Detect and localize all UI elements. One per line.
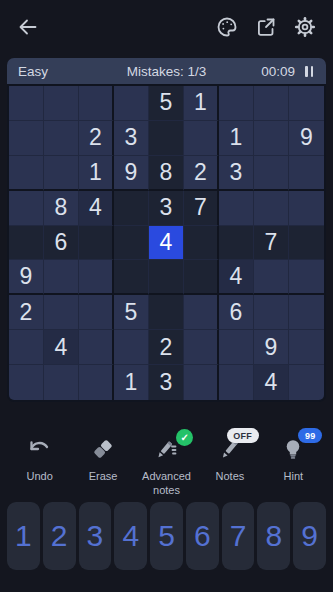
cell-r5c2[interactable]: 6 <box>44 226 79 261</box>
sudoku-app-screen: Easy Mistakes: 1/3 00:09 512319198238437… <box>0 0 333 592</box>
cell-r8c4[interactable] <box>114 330 149 365</box>
cell-r4c7[interactable] <box>219 191 254 226</box>
back-arrow-icon <box>16 15 40 43</box>
share-button[interactable] <box>251 14 281 44</box>
cell-r3c8[interactable] <box>254 156 289 191</box>
share-icon <box>255 16 277 42</box>
eraser-icon <box>90 436 116 462</box>
cell-r2c8[interactable] <box>254 121 289 156</box>
cell-r2c9[interactable]: 9 <box>289 121 324 156</box>
cell-r5c6[interactable] <box>184 226 219 261</box>
cell-r9c9[interactable] <box>289 365 324 400</box>
advanced-notes-button[interactable]: ✓ Advanced notes <box>135 436 198 498</box>
cell-r7c6[interactable] <box>184 295 219 330</box>
cell-r5c3[interactable] <box>79 226 114 261</box>
undo-button[interactable]: Undo <box>8 436 71 498</box>
cell-r3c3[interactable]: 1 <box>79 156 114 191</box>
number-pad: 123456789 <box>0 502 333 570</box>
sudoku-grid: 51231919823843764794256429134 <box>7 84 326 402</box>
cell-r2c7[interactable]: 1 <box>219 121 254 156</box>
cell-r4c4[interactable] <box>114 191 149 226</box>
advanced-notes-label: Advanced notes <box>135 469 198 498</box>
numpad-key-6[interactable]: 6 <box>186 502 219 570</box>
cell-r6c2[interactable] <box>44 260 79 295</box>
notes-label: Notes <box>216 469 245 483</box>
cell-r6c5[interactable] <box>149 260 184 295</box>
cell-r7c9[interactable] <box>289 295 324 330</box>
cell-r5c1[interactable] <box>9 226 44 261</box>
hint-label: Hint <box>284 469 304 483</box>
cell-r9c6[interactable] <box>184 365 219 400</box>
cell-r8c3[interactable] <box>79 330 114 365</box>
cell-r7c4[interactable]: 5 <box>114 295 149 330</box>
cell-r3c5[interactable]: 8 <box>149 156 184 191</box>
cell-r8c5[interactable]: 2 <box>149 330 184 365</box>
difficulty-label: Easy <box>18 64 48 79</box>
cell-r6c8[interactable] <box>254 260 289 295</box>
cell-r7c2[interactable] <box>44 295 79 330</box>
undo-icon <box>27 436 53 462</box>
cell-r2c6[interactable] <box>184 121 219 156</box>
cell-r7c1[interactable]: 2 <box>9 295 44 330</box>
notes-button[interactable]: OFF Notes <box>198 436 261 498</box>
cell-r2c4[interactable]: 3 <box>114 121 149 156</box>
mistakes-counter: Mistakes: 1/3 <box>127 64 207 79</box>
cell-r7c3[interactable] <box>79 295 114 330</box>
cell-r3c1[interactable] <box>9 156 44 191</box>
status-bar: Easy Mistakes: 1/3 00:09 <box>7 58 326 84</box>
cell-r9c4[interactable]: 1 <box>114 365 149 400</box>
numpad-key-9[interactable]: 9 <box>293 502 326 570</box>
cell-r9c7[interactable] <box>219 365 254 400</box>
cell-r5c7[interactable] <box>219 226 254 261</box>
cell-r8c8[interactable]: 9 <box>254 330 289 365</box>
cell-r6c4[interactable] <box>114 260 149 295</box>
cell-r1c7[interactable] <box>219 86 254 121</box>
cell-r1c9[interactable] <box>289 86 324 121</box>
cell-r6c6[interactable] <box>184 260 219 295</box>
undo-label: Undo <box>27 469 53 483</box>
cell-r4c8[interactable] <box>254 191 289 226</box>
cell-r4c5[interactable]: 3 <box>149 191 184 226</box>
cell-r5c5[interactable]: 4 <box>149 226 184 261</box>
cell-r3c9[interactable] <box>289 156 324 191</box>
cell-r4c3[interactable]: 4 <box>79 191 114 226</box>
cell-r1c8[interactable] <box>254 86 289 121</box>
numpad-key-7[interactable]: 7 <box>222 502 255 570</box>
toolbar: Undo Erase ✓ <box>0 436 333 498</box>
cell-r5c9[interactable] <box>289 226 324 261</box>
cell-r1c3[interactable] <box>79 86 114 121</box>
cell-r9c5[interactable]: 3 <box>149 365 184 400</box>
cell-r8c9[interactable] <box>289 330 324 365</box>
numpad-key-1[interactable]: 1 <box>7 502 40 570</box>
numpad-key-8[interactable]: 8 <box>257 502 290 570</box>
numpad-key-3[interactable]: 3 <box>79 502 112 570</box>
hint-count-badge: 99 <box>298 428 322 443</box>
cell-r9c1[interactable] <box>9 365 44 400</box>
cell-r9c8[interactable]: 4 <box>254 365 289 400</box>
cell-r3c6[interactable]: 2 <box>184 156 219 191</box>
cell-r5c4[interactable] <box>114 226 149 261</box>
cell-r7c7[interactable]: 6 <box>219 295 254 330</box>
cell-r1c4[interactable] <box>114 86 149 121</box>
cell-r8c1[interactable] <box>9 330 44 365</box>
app-bar <box>0 0 333 58</box>
cell-r7c5[interactable] <box>149 295 184 330</box>
cell-r6c7[interactable]: 4 <box>219 260 254 295</box>
cell-r7c8[interactable] <box>254 295 289 330</box>
cell-r9c3[interactable] <box>79 365 114 400</box>
cell-r4c6[interactable]: 7 <box>184 191 219 226</box>
cell-r3c4[interactable]: 9 <box>114 156 149 191</box>
cell-r1c6[interactable]: 1 <box>184 86 219 121</box>
cell-r8c2[interactable]: 4 <box>44 330 79 365</box>
cell-r3c7[interactable]: 3 <box>219 156 254 191</box>
cell-r4c9[interactable] <box>289 191 324 226</box>
cell-r8c7[interactable] <box>219 330 254 365</box>
cell-r6c9[interactable] <box>289 260 324 295</box>
cell-r1c5[interactable]: 5 <box>149 86 184 121</box>
cell-r2c5[interactable] <box>149 121 184 156</box>
cell-r9c2[interactable] <box>44 365 79 400</box>
cell-r6c1[interactable]: 9 <box>9 260 44 295</box>
back-button[interactable] <box>13 14 43 44</box>
palette-icon <box>215 15 239 43</box>
cell-r2c2[interactable] <box>44 121 79 156</box>
check-badge: ✓ <box>176 429 193 446</box>
cell-r4c2[interactable]: 8 <box>44 191 79 226</box>
cell-r6c3[interactable] <box>79 260 114 295</box>
cell-r1c1[interactable] <box>9 86 44 121</box>
cell-r3c2[interactable] <box>44 156 79 191</box>
notes-off-badge: OFF <box>227 428 259 443</box>
numpad-key-5[interactable]: 5 <box>150 502 183 570</box>
cell-r2c3[interactable]: 2 <box>79 121 114 156</box>
cell-r4c1[interactable] <box>9 191 44 226</box>
erase-button[interactable]: Erase <box>71 436 134 498</box>
hint-button[interactable]: 99 Hint <box>262 436 325 498</box>
cell-r8c6[interactable] <box>184 330 219 365</box>
theme-button[interactable] <box>212 14 242 44</box>
pause-button[interactable] <box>303 64 315 79</box>
timer: 00:09 <box>261 64 295 79</box>
settings-button[interactable] <box>290 14 320 44</box>
erase-label: Erase <box>89 469 118 483</box>
cell-r2c1[interactable] <box>9 121 44 156</box>
numpad-key-2[interactable]: 2 <box>43 502 76 570</box>
cell-r5c8[interactable]: 7 <box>254 226 289 261</box>
numpad-key-4[interactable]: 4 <box>114 502 147 570</box>
gear-icon <box>293 15 317 43</box>
cell-r1c2[interactable] <box>44 86 79 121</box>
